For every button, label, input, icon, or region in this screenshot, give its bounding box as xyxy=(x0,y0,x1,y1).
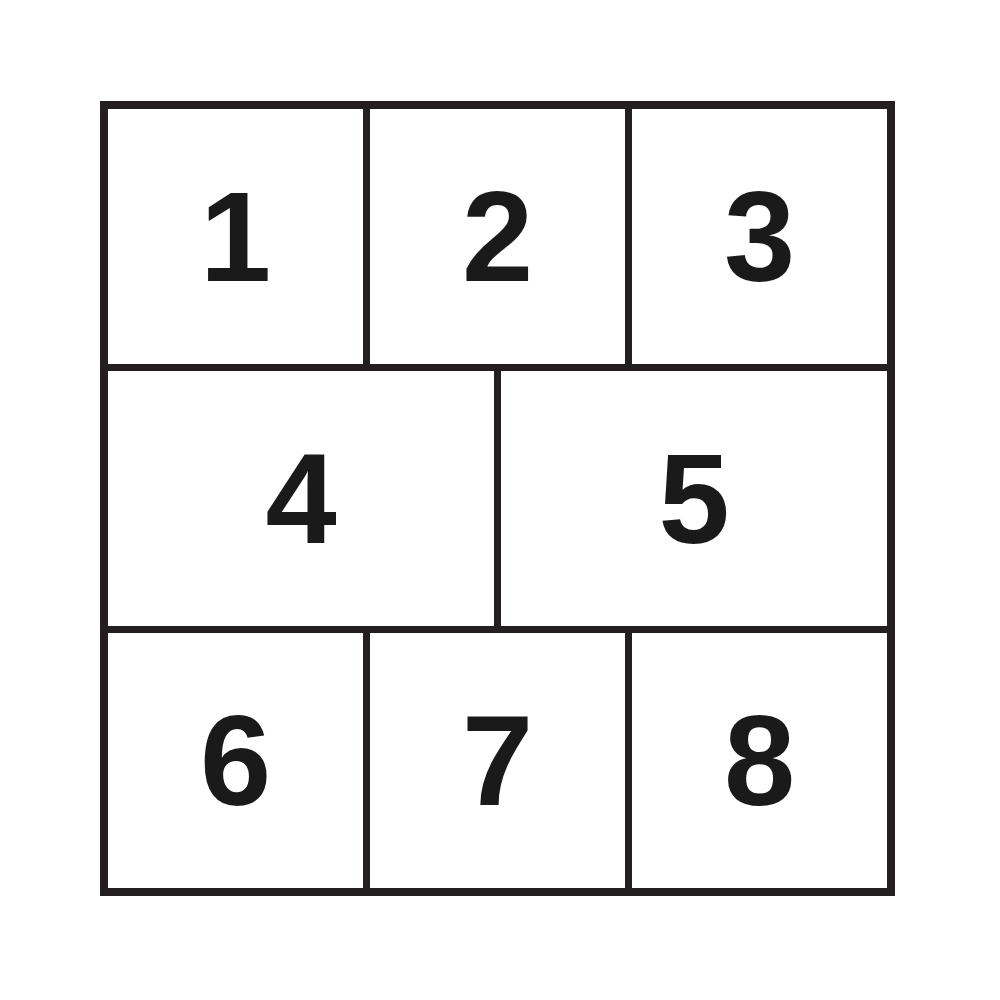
cell-8: 8 xyxy=(632,633,887,888)
cell-5: 5 xyxy=(501,371,887,626)
cell-1: 1 xyxy=(108,109,363,364)
cell-3: 3 xyxy=(632,109,887,364)
cell-6: 6 xyxy=(108,633,363,888)
puzzle-board: 1 2 3 4 5 6 7 8 xyxy=(100,101,895,896)
cell-7: 7 xyxy=(370,633,625,888)
cell-2: 2 xyxy=(370,109,625,364)
cell-4: 4 xyxy=(108,371,494,626)
page: 1 2 3 4 5 6 7 8 xyxy=(0,0,1000,1000)
